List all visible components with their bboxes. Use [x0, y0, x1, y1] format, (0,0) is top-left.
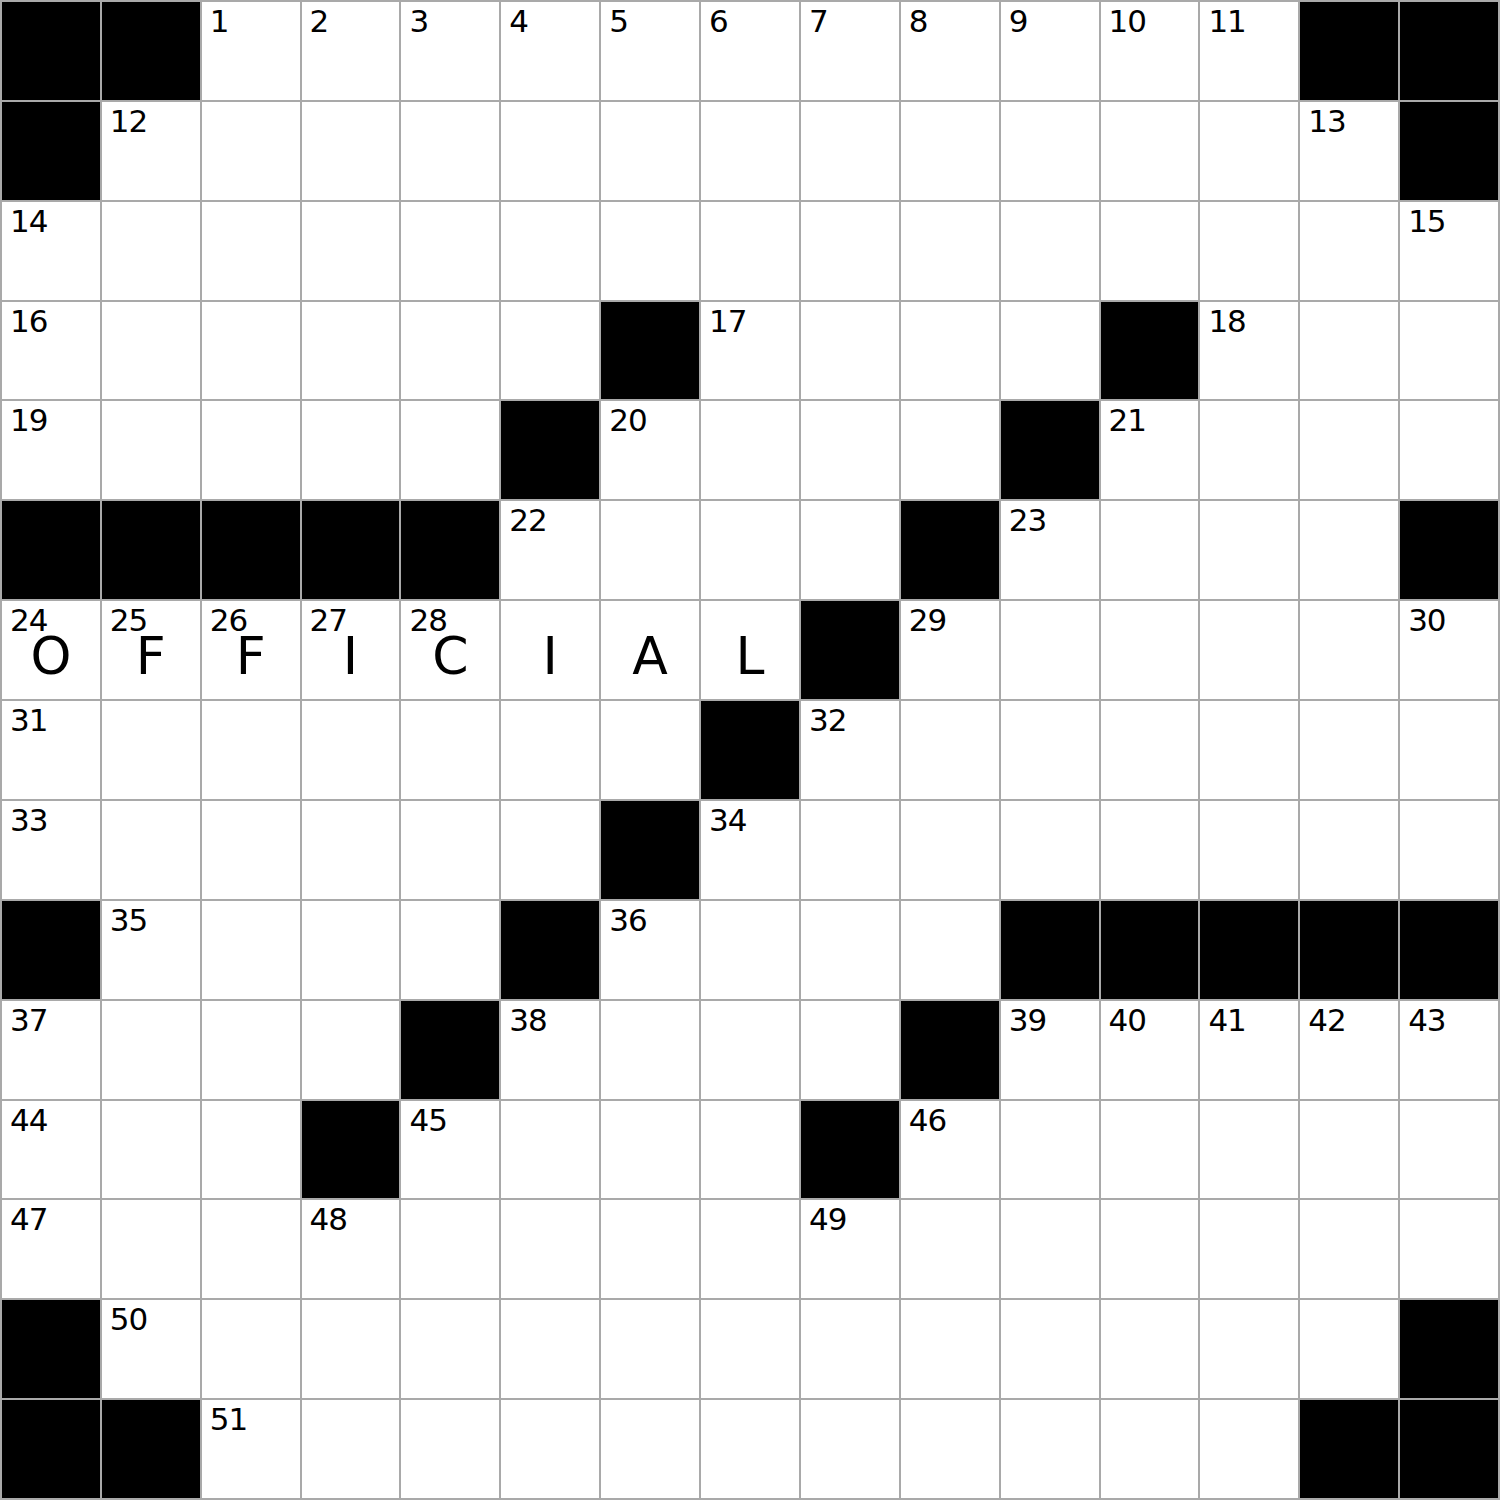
clue-number: 30: [1408, 605, 1445, 636]
clue-number: 38: [509, 1005, 546, 1036]
black-cell: [102, 501, 200, 599]
clue-number: 22: [509, 505, 546, 536]
black-cell: [1300, 901, 1398, 999]
cell[interactable]: 14: [2, 202, 100, 300]
cell-letter: O: [2, 601, 100, 699]
clue-number: 23: [1009, 505, 1046, 536]
black-cell: [501, 401, 599, 499]
black-cell: [1400, 102, 1498, 200]
cell[interactable]: [1400, 1101, 1498, 1199]
black-cell: [1400, 501, 1498, 599]
black-cell: [1101, 901, 1199, 999]
cell[interactable]: [1300, 1101, 1398, 1199]
cell[interactable]: [801, 1001, 899, 1099]
clue-number: 48: [310, 1204, 347, 1235]
cell[interactable]: [901, 102, 999, 200]
cell[interactable]: [1001, 1101, 1099, 1199]
clue-number: 51: [210, 1404, 247, 1435]
cell[interactable]: [102, 202, 200, 300]
cell[interactable]: 25F: [102, 601, 200, 699]
cell[interactable]: [601, 202, 699, 300]
clue-number: 9: [1009, 6, 1028, 37]
clue-number: 6: [709, 6, 728, 37]
cell[interactable]: [401, 102, 499, 200]
cell[interactable]: [1300, 501, 1398, 599]
black-cell: [801, 1101, 899, 1199]
black-cell: [901, 1001, 999, 1099]
cell[interactable]: [701, 1101, 799, 1199]
clue-number: 47: [10, 1204, 47, 1235]
cell[interactable]: [801, 202, 899, 300]
cell[interactable]: [102, 1101, 200, 1199]
black-cell: [2, 2, 100, 100]
cell[interactable]: [102, 1200, 200, 1298]
clue-number: 2: [310, 6, 329, 37]
cell[interactable]: [102, 401, 200, 499]
clue-number: 44: [10, 1105, 47, 1136]
cell[interactable]: [202, 1200, 300, 1298]
cell[interactable]: 44: [2, 1101, 100, 1199]
clue-number: 45: [409, 1105, 446, 1136]
cell[interactable]: 15: [1400, 202, 1498, 300]
clue-number: 14: [10, 206, 47, 237]
cell[interactable]: [1200, 1200, 1298, 1298]
cell[interactable]: 1: [202, 2, 300, 100]
cell[interactable]: [1101, 501, 1199, 599]
clue-number: 19: [10, 405, 47, 436]
cell[interactable]: 13: [1300, 102, 1398, 200]
black-cell: [102, 1400, 200, 1498]
cell[interactable]: [501, 801, 599, 899]
cell[interactable]: [701, 501, 799, 599]
cell[interactable]: 22: [501, 501, 599, 599]
cell[interactable]: [1001, 1300, 1099, 1398]
cell[interactable]: 39: [1001, 1001, 1099, 1099]
black-cell: [601, 302, 699, 400]
cell[interactable]: 8: [901, 2, 999, 100]
clue-number: 29: [909, 605, 946, 636]
cell[interactable]: [601, 1101, 699, 1199]
cell[interactable]: [501, 1101, 599, 1199]
cell[interactable]: [1101, 701, 1199, 799]
cell[interactable]: [302, 302, 400, 400]
black-cell: [1300, 1400, 1398, 1498]
clue-number: 5: [609, 6, 628, 37]
clue-number: 21: [1109, 405, 1146, 436]
cell[interactable]: [202, 302, 300, 400]
cell[interactable]: [302, 102, 400, 200]
cell[interactable]: [102, 302, 200, 400]
cell-letter: C: [401, 601, 499, 699]
cell[interactable]: [102, 801, 200, 899]
cell[interactable]: [1001, 801, 1099, 899]
cell[interactable]: I: [501, 601, 599, 699]
cell[interactable]: [501, 1200, 599, 1298]
clue-number: 15: [1408, 206, 1445, 237]
cell[interactable]: 11: [1200, 2, 1298, 100]
cell[interactable]: [801, 901, 899, 999]
black-cell: [2, 901, 100, 999]
clue-number: 12: [110, 106, 147, 137]
black-cell: [1200, 901, 1298, 999]
cell[interactable]: [901, 1400, 999, 1498]
cell[interactable]: 30: [1400, 601, 1498, 699]
cell[interactable]: 24O: [2, 601, 100, 699]
cell[interactable]: [801, 1400, 899, 1498]
cell[interactable]: [202, 901, 300, 999]
cell[interactable]: [302, 801, 400, 899]
cell[interactable]: [601, 102, 699, 200]
cell[interactable]: [1200, 1300, 1298, 1398]
cell[interactable]: 38: [501, 1001, 599, 1099]
cell[interactable]: [1400, 302, 1498, 400]
black-cell: [302, 501, 400, 599]
black-cell: [801, 601, 899, 699]
cell[interactable]: [1101, 1200, 1199, 1298]
cell[interactable]: [901, 1300, 999, 1398]
cell[interactable]: [302, 1400, 400, 1498]
cell-letter: I: [302, 601, 400, 699]
cell[interactable]: [1300, 601, 1398, 699]
cell[interactable]: [1200, 202, 1298, 300]
cell[interactable]: [1001, 302, 1099, 400]
cell[interactable]: [601, 1300, 699, 1398]
black-cell: [401, 1001, 499, 1099]
cell[interactable]: 50: [102, 1300, 200, 1398]
cell[interactable]: [701, 401, 799, 499]
cell-letter: I: [501, 601, 599, 699]
cell[interactable]: [1300, 401, 1398, 499]
cell[interactable]: [601, 1001, 699, 1099]
clue-number: 40: [1109, 1005, 1146, 1036]
cell[interactable]: [901, 701, 999, 799]
cell[interactable]: 21: [1101, 401, 1199, 499]
cell[interactable]: [601, 501, 699, 599]
cell[interactable]: [302, 1001, 400, 1099]
cell[interactable]: 36: [601, 901, 699, 999]
cell[interactable]: A: [601, 601, 699, 699]
cell[interactable]: [401, 901, 499, 999]
cell[interactable]: [302, 901, 400, 999]
cell[interactable]: [302, 1300, 400, 1398]
cell[interactable]: [801, 801, 899, 899]
cell[interactable]: 23: [1001, 501, 1099, 599]
cell[interactable]: [1400, 401, 1498, 499]
cell[interactable]: [1400, 701, 1498, 799]
clue-number: 13: [1308, 106, 1345, 137]
cell[interactable]: 28C: [401, 601, 499, 699]
cell[interactable]: [401, 302, 499, 400]
cell[interactable]: [1400, 1200, 1498, 1298]
cell[interactable]: 26F: [202, 601, 300, 699]
cell[interactable]: [202, 701, 300, 799]
black-cell: [1400, 2, 1498, 100]
cell[interactable]: [401, 1200, 499, 1298]
clue-number: 36: [609, 905, 646, 936]
cell-letter: F: [102, 601, 200, 699]
cell[interactable]: [401, 1300, 499, 1398]
clue-number: 46: [909, 1105, 946, 1136]
cell[interactable]: 51: [202, 1400, 300, 1498]
cell[interactable]: [501, 701, 599, 799]
cell[interactable]: [102, 1001, 200, 1099]
black-cell: [701, 701, 799, 799]
clue-number: 49: [809, 1204, 846, 1235]
black-cell: [401, 501, 499, 599]
black-cell: [1101, 302, 1199, 400]
clue-number: 17: [709, 306, 746, 337]
black-cell: [501, 901, 599, 999]
black-cell: [1400, 1300, 1498, 1398]
cell[interactable]: [1001, 1200, 1099, 1298]
cell[interactable]: [701, 1300, 799, 1398]
clue-number: 42: [1308, 1005, 1345, 1036]
cell[interactable]: 42: [1300, 1001, 1398, 1099]
cell[interactable]: [401, 801, 499, 899]
cell[interactable]: 41: [1200, 1001, 1298, 1099]
cell[interactable]: 12: [102, 102, 200, 200]
cell[interactable]: [1200, 401, 1298, 499]
cell[interactable]: 4: [501, 2, 599, 100]
cell[interactable]: [801, 302, 899, 400]
black-cell: [1001, 401, 1099, 499]
cell[interactable]: [1200, 801, 1298, 899]
clue-number: 7: [809, 6, 828, 37]
cell[interactable]: [801, 401, 899, 499]
clue-number: 32: [809, 705, 846, 736]
cell[interactable]: [1101, 1400, 1199, 1498]
cell[interactable]: [1001, 601, 1099, 699]
cell[interactable]: [1300, 1300, 1398, 1398]
cell[interactable]: [1400, 801, 1498, 899]
cell[interactable]: [1200, 1101, 1298, 1199]
cell[interactable]: 3: [401, 2, 499, 100]
cell[interactable]: [1101, 102, 1199, 200]
cell[interactable]: 45: [401, 1101, 499, 1199]
cell[interactable]: [1200, 102, 1298, 200]
cell[interactable]: 46: [901, 1101, 999, 1199]
cell[interactable]: [701, 202, 799, 300]
clue-number: 35: [110, 905, 147, 936]
black-cell: [901, 501, 999, 599]
black-cell: [302, 1101, 400, 1199]
cell[interactable]: 17: [701, 302, 799, 400]
cell[interactable]: [601, 1200, 699, 1298]
cell[interactable]: 34: [701, 801, 799, 899]
cell[interactable]: 9: [1001, 2, 1099, 100]
clue-number: 8: [909, 6, 928, 37]
cell[interactable]: [701, 102, 799, 200]
clue-number: 33: [10, 805, 47, 836]
cell[interactable]: 19: [2, 401, 100, 499]
cell[interactable]: [202, 801, 300, 899]
cell[interactable]: 49: [801, 1200, 899, 1298]
cell[interactable]: [901, 401, 999, 499]
cell[interactable]: [302, 701, 400, 799]
cell[interactable]: 48: [302, 1200, 400, 1298]
cell[interactable]: 35: [102, 901, 200, 999]
cell[interactable]: 16: [2, 302, 100, 400]
black-cell: [1001, 901, 1099, 999]
cell[interactable]: [501, 102, 599, 200]
cell[interactable]: 29: [901, 601, 999, 699]
cell[interactable]: [701, 1400, 799, 1498]
cell[interactable]: [1200, 1400, 1298, 1498]
black-cell: [2, 1400, 100, 1498]
black-cell: [102, 2, 200, 100]
cell[interactable]: L: [701, 601, 799, 699]
cell[interactable]: [801, 102, 899, 200]
cell[interactable]: 31: [2, 701, 100, 799]
cell[interactable]: [1001, 1400, 1099, 1498]
cell[interactable]: 43: [1400, 1001, 1498, 1099]
cell[interactable]: 2: [302, 2, 400, 100]
cell[interactable]: [501, 1400, 599, 1498]
cell[interactable]: [901, 302, 999, 400]
cell[interactable]: [501, 1300, 599, 1398]
cell[interactable]: [1001, 701, 1099, 799]
cell[interactable]: 18: [1200, 302, 1298, 400]
cell[interactable]: [701, 1001, 799, 1099]
cell[interactable]: [202, 1001, 300, 1099]
cell[interactable]: 40: [1101, 1001, 1199, 1099]
cell[interactable]: [1300, 1200, 1398, 1298]
cell[interactable]: [401, 1400, 499, 1498]
clue-number: 18: [1208, 306, 1245, 337]
black-cell: [601, 801, 699, 899]
clue-number: 41: [1208, 1005, 1245, 1036]
cell[interactable]: [401, 401, 499, 499]
cell[interactable]: [1101, 1101, 1199, 1199]
black-cell: [2, 501, 100, 599]
cell-letter: A: [601, 601, 699, 699]
black-cell: [2, 102, 100, 200]
clue-number: 16: [10, 306, 47, 337]
cell[interactable]: [501, 202, 599, 300]
clue-number: 50: [110, 1304, 147, 1335]
black-cell: [2, 1300, 100, 1398]
cell[interactable]: [901, 202, 999, 300]
cell[interactable]: [401, 202, 499, 300]
clue-number: 10: [1109, 6, 1146, 37]
cell[interactable]: [1300, 302, 1398, 400]
cell[interactable]: [1200, 501, 1298, 599]
cell[interactable]: [1101, 601, 1199, 699]
cell[interactable]: [202, 1300, 300, 1398]
cell[interactable]: 5: [601, 2, 699, 100]
cell[interactable]: [202, 401, 300, 499]
cell[interactable]: 32: [801, 701, 899, 799]
cell-letter: F: [202, 601, 300, 699]
cell[interactable]: [1300, 701, 1398, 799]
cell[interactable]: 33: [2, 801, 100, 899]
cell[interactable]: [1200, 601, 1298, 699]
cell[interactable]: 47: [2, 1200, 100, 1298]
cell[interactable]: [302, 401, 400, 499]
cell[interactable]: [601, 1400, 699, 1498]
cell[interactable]: [901, 801, 999, 899]
clue-number: 4: [509, 6, 528, 37]
cell[interactable]: [401, 701, 499, 799]
cell[interactable]: 37: [2, 1001, 100, 1099]
cell[interactable]: 6: [701, 2, 799, 100]
clue-number: 43: [1408, 1005, 1445, 1036]
cell[interactable]: 10: [1101, 2, 1199, 100]
cell[interactable]: [1001, 102, 1099, 200]
clue-number: 39: [1009, 1005, 1046, 1036]
cell[interactable]: [202, 202, 300, 300]
cell[interactable]: [901, 901, 999, 999]
clue-number: 1: [210, 6, 229, 37]
cell[interactable]: [601, 701, 699, 799]
black-cell: [1400, 1400, 1498, 1498]
cell[interactable]: [1200, 701, 1298, 799]
crossword-grid: 123456789101112131415161718192021222324O…: [0, 0, 1500, 1500]
cell[interactable]: [1300, 801, 1398, 899]
clue-number: 20: [609, 405, 646, 436]
cell-letter: L: [701, 601, 799, 699]
cell[interactable]: 20: [601, 401, 699, 499]
cell[interactable]: [1101, 801, 1199, 899]
clue-number: 31: [10, 705, 47, 736]
cell[interactable]: [901, 1200, 999, 1298]
cell[interactable]: [1101, 202, 1199, 300]
clue-number: 34: [709, 805, 746, 836]
black-cell: [202, 501, 300, 599]
cell[interactable]: [102, 701, 200, 799]
clue-number: 37: [10, 1005, 47, 1036]
clue-number: 11: [1208, 6, 1245, 37]
cell[interactable]: [801, 1300, 899, 1398]
cell[interactable]: [202, 102, 300, 200]
cell[interactable]: [801, 501, 899, 599]
cell[interactable]: [202, 1101, 300, 1199]
clue-number: 3: [409, 6, 428, 37]
cell[interactable]: [701, 901, 799, 999]
cell[interactable]: [1101, 1300, 1199, 1398]
cell[interactable]: [302, 202, 400, 300]
black-cell: [1300, 2, 1398, 100]
black-cell: [1400, 901, 1498, 999]
cell[interactable]: [501, 302, 599, 400]
cell[interactable]: [701, 1200, 799, 1298]
cell[interactable]: 27I: [302, 601, 400, 699]
cell[interactable]: [1001, 202, 1099, 300]
cell[interactable]: [1300, 202, 1398, 300]
cell[interactable]: 7: [801, 2, 899, 100]
